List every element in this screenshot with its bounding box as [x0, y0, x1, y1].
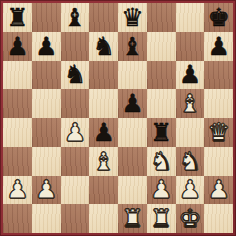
square-a4[interactable]	[3, 118, 32, 147]
square-g2[interactable]: ♟	[176, 176, 205, 205]
square-a6[interactable]	[3, 61, 32, 90]
square-b5[interactable]	[32, 89, 61, 118]
white-pawn[interactable]: ♟	[6, 177, 28, 202]
square-f3[interactable]: ♞	[147, 147, 176, 176]
white-pawn[interactable]: ♟	[207, 177, 229, 202]
square-g8[interactable]	[176, 3, 205, 32]
square-h8[interactable]: ♚	[204, 3, 233, 32]
square-f5[interactable]	[147, 89, 176, 118]
white-bishop[interactable]: ♝	[92, 148, 114, 173]
square-e4[interactable]	[118, 118, 147, 147]
square-e6[interactable]	[118, 61, 147, 90]
square-b3[interactable]	[32, 147, 61, 176]
square-a3[interactable]	[3, 147, 32, 176]
black-pawn[interactable]: ♟	[6, 33, 28, 58]
square-g3[interactable]: ♞	[176, 147, 205, 176]
black-pawn[interactable]: ♟	[207, 33, 229, 58]
black-rook[interactable]: ♜	[150, 119, 172, 144]
square-e3[interactable]	[118, 147, 147, 176]
square-g1[interactable]: ♚	[176, 204, 205, 233]
square-a8[interactable]: ♜	[3, 3, 32, 32]
square-d3[interactable]: ♝	[89, 147, 118, 176]
square-d7[interactable]: ♞	[89, 32, 118, 61]
black-bishop[interactable]: ♝	[64, 4, 86, 29]
square-f7[interactable]	[147, 32, 176, 61]
square-c3[interactable]	[61, 147, 90, 176]
square-g5[interactable]: ♝	[176, 89, 205, 118]
square-b6[interactable]	[32, 61, 61, 90]
board-frame: ♜♝♛♚♟♟♞♝♟♞♟♟♝♟♟♜♛♝♞♞♟♟♟♟♟♜♜♚	[0, 0, 236, 236]
square-h6[interactable]	[204, 61, 233, 90]
square-c1[interactable]	[61, 204, 90, 233]
square-d8[interactable]	[89, 3, 118, 32]
black-queen[interactable]: ♛	[121, 4, 143, 29]
square-g6[interactable]: ♟	[176, 61, 205, 90]
square-d4[interactable]: ♟	[89, 118, 118, 147]
square-d6[interactable]	[89, 61, 118, 90]
white-pawn[interactable]: ♟	[35, 177, 57, 202]
black-pawn[interactable]: ♟	[92, 119, 114, 144]
square-h2[interactable]: ♟	[204, 176, 233, 205]
black-pawn[interactable]: ♟	[35, 33, 57, 58]
square-c4[interactable]: ♟	[61, 118, 90, 147]
square-b4[interactable]	[32, 118, 61, 147]
white-knight[interactable]: ♞	[179, 148, 201, 173]
white-king[interactable]: ♚	[179, 206, 201, 231]
square-f1[interactable]: ♜	[147, 204, 176, 233]
black-rook[interactable]: ♜	[6, 4, 28, 29]
white-rook[interactable]: ♜	[150, 206, 172, 231]
white-pawn[interactable]: ♟	[64, 119, 86, 144]
square-c8[interactable]: ♝	[61, 3, 90, 32]
square-e5[interactable]: ♟	[118, 89, 147, 118]
square-c5[interactable]	[61, 89, 90, 118]
square-e8[interactable]: ♛	[118, 3, 147, 32]
square-d1[interactable]	[89, 204, 118, 233]
black-pawn[interactable]: ♟	[121, 91, 143, 116]
square-a1[interactable]	[3, 204, 32, 233]
square-b8[interactable]	[32, 3, 61, 32]
square-h7[interactable]: ♟	[204, 32, 233, 61]
white-queen[interactable]: ♛	[207, 119, 229, 144]
square-a5[interactable]	[3, 89, 32, 118]
white-pawn[interactable]: ♟	[150, 177, 172, 202]
square-g7[interactable]	[176, 32, 205, 61]
square-h3[interactable]	[204, 147, 233, 176]
square-f2[interactable]: ♟	[147, 176, 176, 205]
square-c2[interactable]	[61, 176, 90, 205]
square-a7[interactable]: ♟	[3, 32, 32, 61]
square-b7[interactable]: ♟	[32, 32, 61, 61]
black-bishop[interactable]: ♝	[121, 33, 143, 58]
square-f6[interactable]	[147, 61, 176, 90]
white-bishop[interactable]: ♝	[179, 91, 201, 116]
square-h1[interactable]	[204, 204, 233, 233]
square-c7[interactable]	[61, 32, 90, 61]
square-e1[interactable]: ♜	[118, 204, 147, 233]
square-f8[interactable]	[147, 3, 176, 32]
white-pawn[interactable]: ♟	[179, 177, 201, 202]
square-f4[interactable]: ♜	[147, 118, 176, 147]
square-d2[interactable]	[89, 176, 118, 205]
square-e2[interactable]	[118, 176, 147, 205]
black-pawn[interactable]: ♟	[179, 62, 201, 87]
white-knight[interactable]: ♞	[150, 148, 172, 173]
black-knight[interactable]: ♞	[92, 33, 114, 58]
white-rook[interactable]: ♜	[121, 206, 143, 231]
square-h4[interactable]: ♛	[204, 118, 233, 147]
black-knight[interactable]: ♞	[64, 62, 86, 87]
square-e7[interactable]: ♝	[118, 32, 147, 61]
square-b1[interactable]	[32, 204, 61, 233]
square-b2[interactable]: ♟	[32, 176, 61, 205]
chess-board: ♜♝♛♚♟♟♞♝♟♞♟♟♝♟♟♜♛♝♞♞♟♟♟♟♟♜♜♚	[3, 3, 233, 233]
square-g4[interactable]	[176, 118, 205, 147]
square-c6[interactable]: ♞	[61, 61, 90, 90]
square-h5[interactable]	[204, 89, 233, 118]
square-a2[interactable]: ♟	[3, 176, 32, 205]
black-king[interactable]: ♚	[207, 4, 229, 29]
square-d5[interactable]	[89, 89, 118, 118]
